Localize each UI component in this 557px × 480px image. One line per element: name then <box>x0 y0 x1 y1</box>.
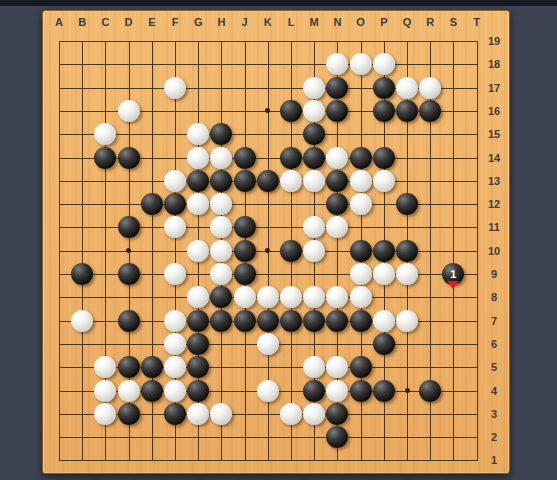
row-label-6: 6 <box>491 338 497 350</box>
row-label-19: 19 <box>488 35 500 47</box>
stone-white-Q17[interactable] <box>396 77 418 99</box>
stone-white-K6[interactable] <box>257 333 279 355</box>
last-move-number: 1 <box>442 263 464 285</box>
stone-black-F3[interactable] <box>164 403 186 425</box>
stone-white-G3[interactable] <box>187 403 209 425</box>
stone-black-Q10[interactable] <box>396 240 418 262</box>
stone-black-D7[interactable] <box>118 310 140 332</box>
stone-white-Q9[interactable] <box>396 263 418 285</box>
stone-black-M4[interactable] <box>303 380 325 402</box>
column-label-B: B <box>78 16 86 28</box>
stone-white-F4[interactable] <box>164 380 186 402</box>
stone-black-K7[interactable] <box>257 310 279 332</box>
stone-white-F13[interactable] <box>164 170 186 192</box>
column-label-P: P <box>380 16 387 28</box>
row-label-18: 18 <box>488 58 500 70</box>
stone-white-F17[interactable] <box>164 77 186 99</box>
row-label-7: 7 <box>491 315 497 327</box>
row-label-12: 12 <box>488 198 500 210</box>
row-label-9: 9 <box>491 268 497 280</box>
stone-black-N17[interactable] <box>326 77 348 99</box>
stone-black-P10[interactable] <box>373 240 395 262</box>
stone-black-O4[interactable] <box>350 380 372 402</box>
stone-white-H14[interactable] <box>210 147 232 169</box>
row-label-15: 15 <box>488 128 500 140</box>
row-label-1: 1 <box>491 454 497 466</box>
row-label-14: 14 <box>488 152 500 164</box>
stone-white-C4[interactable] <box>94 380 116 402</box>
stone-black-O5[interactable] <box>350 356 372 378</box>
stone-black-K13[interactable] <box>257 170 279 192</box>
stone-white-H10[interactable] <box>210 240 232 262</box>
stone-white-O8[interactable] <box>350 286 372 308</box>
row-label-2: 2 <box>491 431 497 443</box>
stone-white-D4[interactable] <box>118 380 140 402</box>
stone-white-Q7[interactable] <box>396 310 418 332</box>
row-label-5: 5 <box>491 361 497 373</box>
column-label-N: N <box>333 16 341 28</box>
stone-white-B7[interactable] <box>71 310 93 332</box>
stone-white-P7[interactable] <box>373 310 395 332</box>
stone-black-G7[interactable] <box>187 310 209 332</box>
stone-black-P17[interactable] <box>373 77 395 99</box>
stone-white-R17[interactable] <box>419 77 441 99</box>
stone-black-J10[interactable] <box>234 240 256 262</box>
stone-white-K8[interactable] <box>257 286 279 308</box>
stone-white-G14[interactable] <box>187 147 209 169</box>
stone-black-D3[interactable] <box>118 403 140 425</box>
column-label-K: K <box>264 16 272 28</box>
stone-white-M16[interactable] <box>303 100 325 122</box>
stone-black-J14[interactable] <box>234 147 256 169</box>
row-label-17: 17 <box>488 82 500 94</box>
stone-white-O18[interactable] <box>350 53 372 75</box>
column-label-J: J <box>242 16 248 28</box>
stone-black-Q16[interactable] <box>396 100 418 122</box>
stone-black-F12[interactable] <box>164 193 186 215</box>
column-label-Q: Q <box>403 16 412 28</box>
stone-white-M13[interactable] <box>303 170 325 192</box>
stone-black-O14[interactable] <box>350 147 372 169</box>
stone-white-D16[interactable] <box>118 100 140 122</box>
stone-black-G6[interactable] <box>187 333 209 355</box>
stone-white-O12[interactable] <box>350 193 372 215</box>
row-label-8: 8 <box>491 291 497 303</box>
window-top-strip <box>0 0 557 6</box>
column-label-E: E <box>148 16 155 28</box>
row-label-11: 11 <box>488 221 500 233</box>
stone-white-G10[interactable] <box>187 240 209 262</box>
stone-white-F7[interactable] <box>164 310 186 332</box>
row-label-4: 4 <box>491 385 497 397</box>
stone-black-D5[interactable] <box>118 356 140 378</box>
stone-black-E5[interactable] <box>141 356 163 378</box>
stone-white-L13[interactable] <box>280 170 302 192</box>
stone-black-L16[interactable] <box>280 100 302 122</box>
stone-white-F9[interactable] <box>164 263 186 285</box>
stone-white-P18[interactable] <box>373 53 395 75</box>
go-board[interactable]: ABCDEFGHJKLMNOPQRST 19181716151413121110… <box>42 10 510 474</box>
column-label-A: A <box>55 16 63 28</box>
row-label-13: 13 <box>488 175 500 187</box>
stone-white-O9[interactable] <box>350 263 372 285</box>
stone-black-L14[interactable] <box>280 147 302 169</box>
column-label-C: C <box>101 16 109 28</box>
row-label-3: 3 <box>491 408 497 420</box>
stone-white-M17[interactable] <box>303 77 325 99</box>
stone-black-P16[interactable] <box>373 100 395 122</box>
stone-black-E12[interactable] <box>141 193 163 215</box>
stone-black-R4[interactable] <box>419 380 441 402</box>
stone-black-S9[interactable]: 1 <box>442 263 464 285</box>
stone-black-O7[interactable] <box>350 310 372 332</box>
stone-black-P4[interactable] <box>373 380 395 402</box>
column-label-O: O <box>356 16 365 28</box>
stone-black-J9[interactable] <box>234 263 256 285</box>
stone-black-Q12[interactable] <box>396 193 418 215</box>
stone-white-K4[interactable] <box>257 380 279 402</box>
stone-black-D11[interactable] <box>118 216 140 238</box>
column-label-T: T <box>473 16 480 28</box>
row-label-10: 10 <box>488 245 500 257</box>
stone-black-R16[interactable] <box>419 100 441 122</box>
stone-black-G13[interactable] <box>187 170 209 192</box>
stone-white-F6[interactable] <box>164 333 186 355</box>
stone-black-E4[interactable] <box>141 380 163 402</box>
stone-black-N7[interactable] <box>326 310 348 332</box>
stone-white-J8[interactable] <box>234 286 256 308</box>
stone-white-N4[interactable] <box>326 380 348 402</box>
stone-black-D14[interactable] <box>118 147 140 169</box>
stone-white-N14[interactable] <box>326 147 348 169</box>
stone-black-G4[interactable] <box>187 380 209 402</box>
stone-black-J11[interactable] <box>234 216 256 238</box>
stone-white-M10[interactable] <box>303 240 325 262</box>
stone-black-J13[interactable] <box>234 170 256 192</box>
column-label-H: H <box>217 16 225 28</box>
column-label-M: M <box>310 16 319 28</box>
hoshi-point <box>405 388 410 393</box>
stone-black-P6[interactable] <box>373 333 395 355</box>
stone-white-O13[interactable] <box>350 170 372 192</box>
column-label-G: G <box>194 16 203 28</box>
stone-black-C14[interactable] <box>94 147 116 169</box>
column-label-D: D <box>125 16 133 28</box>
stone-white-L3[interactable] <box>280 403 302 425</box>
stone-black-L7[interactable] <box>280 310 302 332</box>
stone-black-H7[interactable] <box>210 310 232 332</box>
stone-black-D9[interactable] <box>118 263 140 285</box>
stone-white-M3[interactable] <box>303 403 325 425</box>
row-label-16: 16 <box>488 105 500 117</box>
stone-white-P9[interactable] <box>373 263 395 285</box>
stone-white-P13[interactable] <box>373 170 395 192</box>
column-label-R: R <box>426 16 434 28</box>
column-label-F: F <box>172 16 179 28</box>
stone-black-M14[interactable] <box>303 147 325 169</box>
stone-black-O10[interactable] <box>350 240 372 262</box>
column-label-S: S <box>450 16 457 28</box>
stone-black-L10[interactable] <box>280 240 302 262</box>
stone-black-J7[interactable] <box>234 310 256 332</box>
stone-black-M7[interactable] <box>303 310 325 332</box>
column-label-L: L <box>288 16 295 28</box>
stone-black-P14[interactable] <box>373 147 395 169</box>
